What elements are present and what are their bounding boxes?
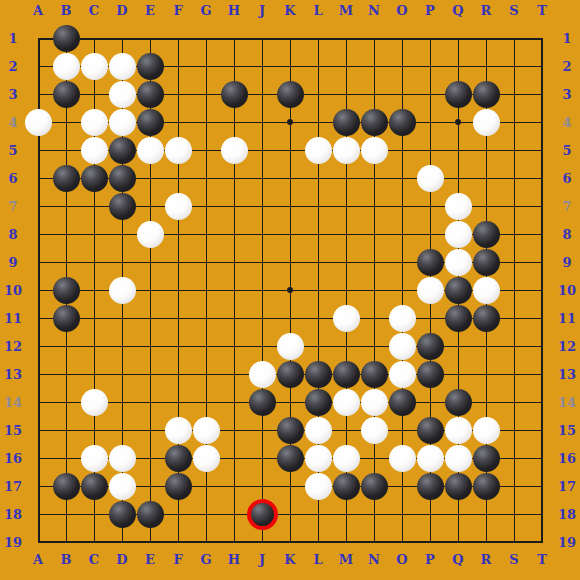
column-label-top-J: J <box>252 3 272 18</box>
stone-M13 <box>333 361 360 388</box>
stone-P13 <box>417 361 444 388</box>
stone-F15 <box>165 417 192 444</box>
column-label-top-R: R <box>476 3 496 18</box>
stone-E2 <box>137 53 164 80</box>
stone-A4 <box>25 109 52 136</box>
stone-D10 <box>109 277 136 304</box>
stone-K13 <box>277 361 304 388</box>
stone-N17 <box>361 473 388 500</box>
column-label-top-Q: Q <box>448 3 468 18</box>
row-label-right-16: 16 <box>556 451 578 466</box>
stone-R4 <box>473 109 500 136</box>
stone-O13 <box>389 361 416 388</box>
row-label-right-13: 13 <box>556 367 578 382</box>
column-label-bottom-B: B <box>56 552 76 567</box>
stone-D6 <box>109 165 136 192</box>
column-label-bottom-G: G <box>196 552 216 567</box>
row-label-right-12: 12 <box>556 339 578 354</box>
stone-B2 <box>53 53 80 80</box>
stone-L15 <box>305 417 332 444</box>
row-label-right-15: 15 <box>556 423 578 438</box>
row-label-left-2: 2 <box>2 59 24 74</box>
row-label-left-11: 11 <box>2 311 24 326</box>
stone-R16 <box>473 445 500 472</box>
stone-N14 <box>361 389 388 416</box>
stone-R10 <box>473 277 500 304</box>
stone-B11 <box>53 305 80 332</box>
row-label-left-13: 13 <box>2 367 24 382</box>
stone-Q17 <box>445 473 472 500</box>
column-label-bottom-J: J <box>252 552 272 567</box>
row-label-left-14: 14 <box>2 395 24 410</box>
row-label-right-11: 11 <box>556 311 578 326</box>
stone-E18 <box>137 501 164 528</box>
stone-J14 <box>249 389 276 416</box>
row-label-right-1: 1 <box>556 31 578 46</box>
stone-C4 <box>81 109 108 136</box>
stone-B3 <box>53 81 80 108</box>
stone-P17 <box>417 473 444 500</box>
stone-Q9 <box>445 249 472 276</box>
column-label-top-D: D <box>112 3 132 18</box>
row-label-right-10: 10 <box>556 283 578 298</box>
column-label-top-C: C <box>84 3 104 18</box>
stone-L5 <box>305 137 332 164</box>
star-point <box>287 287 293 293</box>
row-label-left-5: 5 <box>2 143 24 158</box>
stone-B1 <box>53 25 80 52</box>
stone-H3 <box>221 81 248 108</box>
stone-D4 <box>109 109 136 136</box>
stone-N13 <box>361 361 388 388</box>
stone-B17 <box>53 473 80 500</box>
stone-O4 <box>389 109 416 136</box>
column-label-top-G: G <box>196 3 216 18</box>
stone-Q3 <box>445 81 472 108</box>
column-label-bottom-E: E <box>140 552 160 567</box>
column-label-bottom-H: H <box>224 552 244 567</box>
column-label-bottom-O: O <box>392 552 412 567</box>
stone-K16 <box>277 445 304 472</box>
last-move-marker <box>247 499 278 530</box>
stone-L17 <box>305 473 332 500</box>
grid-line <box>514 38 515 543</box>
stone-D17 <box>109 473 136 500</box>
row-label-left-17: 17 <box>2 479 24 494</box>
column-label-bottom-P: P <box>420 552 440 567</box>
stone-L16 <box>305 445 332 472</box>
stone-F5 <box>165 137 192 164</box>
stone-R8 <box>473 221 500 248</box>
stone-M4 <box>333 109 360 136</box>
column-label-top-H: H <box>224 3 244 18</box>
stone-G15 <box>193 417 220 444</box>
row-label-left-16: 16 <box>2 451 24 466</box>
stone-R15 <box>473 417 500 444</box>
row-label-right-19: 19 <box>556 535 578 550</box>
column-label-bottom-A: A <box>28 552 48 567</box>
column-label-bottom-F: F <box>168 552 188 567</box>
stone-F17 <box>165 473 192 500</box>
column-label-top-M: M <box>336 3 356 18</box>
row-label-left-6: 6 <box>2 171 24 186</box>
stone-R9 <box>473 249 500 276</box>
stone-M16 <box>333 445 360 472</box>
column-label-bottom-D: D <box>112 552 132 567</box>
column-label-bottom-T: T <box>532 552 552 567</box>
column-label-bottom-N: N <box>364 552 384 567</box>
row-label-right-17: 17 <box>556 479 578 494</box>
stone-O14 <box>389 389 416 416</box>
column-label-top-F: F <box>168 3 188 18</box>
stone-O12 <box>389 333 416 360</box>
stone-M11 <box>333 305 360 332</box>
stone-N4 <box>361 109 388 136</box>
column-label-top-B: B <box>56 3 76 18</box>
stone-L14 <box>305 389 332 416</box>
stone-H5 <box>221 137 248 164</box>
stone-M14 <box>333 389 360 416</box>
stone-P12 <box>417 333 444 360</box>
row-label-right-18: 18 <box>556 507 578 522</box>
stone-P10 <box>417 277 444 304</box>
row-label-left-8: 8 <box>2 227 24 242</box>
stone-D18 <box>109 501 136 528</box>
stone-F7 <box>165 193 192 220</box>
stone-P15 <box>417 417 444 444</box>
row-label-left-7: 7 <box>2 199 24 214</box>
column-label-top-L: L <box>308 3 328 18</box>
stone-M5 <box>333 137 360 164</box>
stone-N15 <box>361 417 388 444</box>
row-label-right-6: 6 <box>556 171 578 186</box>
stone-D3 <box>109 81 136 108</box>
stone-G16 <box>193 445 220 472</box>
stone-C17 <box>81 473 108 500</box>
grid-line <box>541 38 543 543</box>
row-label-right-2: 2 <box>556 59 578 74</box>
column-label-top-E: E <box>140 3 160 18</box>
stone-P6 <box>417 165 444 192</box>
column-label-top-O: O <box>392 3 412 18</box>
stone-E8 <box>137 221 164 248</box>
row-label-left-15: 15 <box>2 423 24 438</box>
stone-Q11 <box>445 305 472 332</box>
stone-R17 <box>473 473 500 500</box>
row-label-right-5: 5 <box>556 143 578 158</box>
row-label-left-19: 19 <box>2 535 24 550</box>
stone-O16 <box>389 445 416 472</box>
column-label-bottom-Q: Q <box>448 552 468 567</box>
stone-R11 <box>473 305 500 332</box>
stone-C14 <box>81 389 108 416</box>
stone-Q10 <box>445 277 472 304</box>
stone-Q16 <box>445 445 472 472</box>
row-label-right-14: 14 <box>556 395 578 410</box>
go-board[interactable]: AABBCCDDEEFFGGHHJJKKLLMMNNOOPPQQRRSSTT11… <box>0 0 580 580</box>
stone-C5 <box>81 137 108 164</box>
stone-R3 <box>473 81 500 108</box>
stone-D7 <box>109 193 136 220</box>
stone-D5 <box>109 137 136 164</box>
row-label-right-7: 7 <box>556 199 578 214</box>
column-label-bottom-R: R <box>476 552 496 567</box>
stone-E3 <box>137 81 164 108</box>
stone-C2 <box>81 53 108 80</box>
grid-line <box>38 541 543 543</box>
stone-C16 <box>81 445 108 472</box>
column-label-top-P: P <box>420 3 440 18</box>
stone-Q7 <box>445 193 472 220</box>
column-label-bottom-K: K <box>280 552 300 567</box>
stone-M17 <box>333 473 360 500</box>
stone-P9 <box>417 249 444 276</box>
column-label-bottom-C: C <box>84 552 104 567</box>
row-label-right-9: 9 <box>556 255 578 270</box>
stone-F16 <box>165 445 192 472</box>
stone-K3 <box>277 81 304 108</box>
stone-K15 <box>277 417 304 444</box>
stone-P16 <box>417 445 444 472</box>
row-label-left-12: 12 <box>2 339 24 354</box>
stone-E4 <box>137 109 164 136</box>
row-label-left-3: 3 <box>2 87 24 102</box>
column-label-bottom-L: L <box>308 552 328 567</box>
stone-Q8 <box>445 221 472 248</box>
row-label-left-10: 10 <box>2 283 24 298</box>
column-label-top-A: A <box>28 3 48 18</box>
stone-C6 <box>81 165 108 192</box>
stone-E5 <box>137 137 164 164</box>
row-label-left-4: 4 <box>2 115 24 130</box>
star-point <box>287 119 293 125</box>
stone-L13 <box>305 361 332 388</box>
row-label-right-3: 3 <box>556 87 578 102</box>
column-label-top-T: T <box>532 3 552 18</box>
stone-K12 <box>277 333 304 360</box>
stone-O11 <box>389 305 416 332</box>
row-label-right-4: 4 <box>556 115 578 130</box>
stone-D16 <box>109 445 136 472</box>
star-point <box>455 119 461 125</box>
stone-D2 <box>109 53 136 80</box>
row-label-left-18: 18 <box>2 507 24 522</box>
stone-Q15 <box>445 417 472 444</box>
stone-B6 <box>53 165 80 192</box>
row-label-right-8: 8 <box>556 227 578 242</box>
stone-J13 <box>249 361 276 388</box>
row-label-left-1: 1 <box>2 31 24 46</box>
column-label-top-N: N <box>364 3 384 18</box>
stone-B10 <box>53 277 80 304</box>
stone-Q14 <box>445 389 472 416</box>
row-label-left-9: 9 <box>2 255 24 270</box>
column-label-bottom-M: M <box>336 552 356 567</box>
stone-N5 <box>361 137 388 164</box>
column-label-top-K: K <box>280 3 300 18</box>
column-label-top-S: S <box>504 3 524 18</box>
column-label-bottom-S: S <box>504 552 524 567</box>
